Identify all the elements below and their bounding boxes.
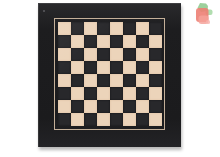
- square-e2: [110, 100, 123, 113]
- square-c5: [84, 61, 97, 74]
- square-c1: [84, 113, 97, 126]
- square-c2: [84, 100, 97, 113]
- square-a5: [58, 61, 71, 74]
- brand-logo-watermark-icon: [194, 2, 214, 28]
- square-d7: [97, 35, 110, 48]
- square-e3: [110, 87, 123, 100]
- square-f4: [123, 74, 136, 87]
- square-b2: [71, 100, 84, 113]
- square-g5: [136, 61, 149, 74]
- square-g1: [136, 113, 149, 126]
- square-a4: [58, 74, 71, 87]
- square-e1: [110, 113, 123, 126]
- square-d6: [97, 48, 110, 61]
- square-e8: [110, 22, 123, 35]
- chess-board: [38, 3, 181, 147]
- square-b1: [71, 113, 84, 126]
- square-h3: [149, 87, 162, 100]
- square-h8: [149, 22, 162, 35]
- square-b6: [71, 48, 84, 61]
- square-c6: [84, 48, 97, 61]
- square-g4: [136, 74, 149, 87]
- square-a1: [58, 113, 71, 126]
- square-a3: [58, 87, 71, 100]
- square-g2: [136, 100, 149, 113]
- square-g3: [136, 87, 149, 100]
- square-f5: [123, 61, 136, 74]
- square-b5: [71, 61, 84, 74]
- square-a6: [58, 48, 71, 61]
- square-a2: [58, 100, 71, 113]
- square-g8: [136, 22, 149, 35]
- square-h4: [149, 74, 162, 87]
- square-f7: [123, 35, 136, 48]
- square-e4: [110, 74, 123, 87]
- square-a8: [58, 22, 71, 35]
- square-h5: [149, 61, 162, 74]
- board-grid: [58, 22, 162, 126]
- square-d5: [97, 61, 110, 74]
- square-f8: [123, 22, 136, 35]
- logo-pink-corner-shape: [206, 20, 210, 24]
- square-b8: [71, 22, 84, 35]
- square-f1: [123, 113, 136, 126]
- product-photo-canvas: [0, 0, 220, 157]
- square-e5: [110, 61, 123, 74]
- square-d8: [97, 22, 110, 35]
- frame-pin-dot: [43, 10, 45, 12]
- square-c3: [84, 87, 97, 100]
- square-c8: [84, 22, 97, 35]
- square-d4: [97, 74, 110, 87]
- square-a7: [58, 35, 71, 48]
- square-h2: [149, 100, 162, 113]
- square-f6: [123, 48, 136, 61]
- square-g7: [136, 35, 149, 48]
- square-b7: [71, 35, 84, 48]
- square-g6: [136, 48, 149, 61]
- square-e7: [110, 35, 123, 48]
- square-f3: [123, 87, 136, 100]
- square-h1: [149, 113, 162, 126]
- square-f2: [123, 100, 136, 113]
- square-b4: [71, 74, 84, 87]
- square-e6: [110, 48, 123, 61]
- square-c7: [84, 35, 97, 48]
- square-d2: [97, 100, 110, 113]
- square-c4: [84, 74, 97, 87]
- square-h7: [149, 35, 162, 48]
- square-b3: [71, 87, 84, 100]
- square-d3: [97, 87, 110, 100]
- square-d1: [97, 113, 110, 126]
- square-h6: [149, 48, 162, 61]
